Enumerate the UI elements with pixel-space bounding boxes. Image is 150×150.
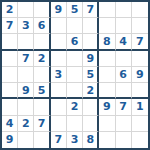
cell-r6c5[interactable] xyxy=(67,83,83,99)
cell-r8c3[interactable]: 7 xyxy=(34,116,50,132)
cell-r7c1[interactable] xyxy=(2,99,18,115)
cell-r5c8[interactable]: 6 xyxy=(116,67,132,83)
cell-r5c3[interactable] xyxy=(34,67,50,83)
cell-r5c9[interactable]: 9 xyxy=(132,67,148,83)
cell-r1c4[interactable]: 9 xyxy=(51,2,67,18)
cell-r3c8[interactable]: 4 xyxy=(116,34,132,50)
cell-r3c5[interactable]: 6 xyxy=(67,34,83,50)
cell-r9c3[interactable] xyxy=(34,132,50,148)
cell-r6c6[interactable]: 2 xyxy=(83,83,99,99)
cell-r2c3[interactable]: 6 xyxy=(34,18,50,34)
cell-r8c6[interactable] xyxy=(83,116,99,132)
cell-r7c2[interactable] xyxy=(18,99,34,115)
cell-r4c6[interactable]: 9 xyxy=(83,51,99,67)
cell-r9c5[interactable]: 3 xyxy=(67,132,83,148)
cell-r9c7[interactable] xyxy=(99,132,115,148)
cell-r9c9[interactable] xyxy=(132,132,148,148)
cell-r8c8[interactable] xyxy=(116,116,132,132)
cell-r4c7[interactable] xyxy=(99,51,115,67)
cell-r5c7[interactable] xyxy=(99,67,115,83)
cell-r1c3[interactable] xyxy=(34,2,50,18)
cell-r8c5[interactable] xyxy=(67,116,83,132)
cell-r9c1[interactable]: 9 xyxy=(2,132,18,148)
cell-r6c7[interactable] xyxy=(99,83,115,99)
cell-r4c1[interactable] xyxy=(2,51,18,67)
cell-r1c5[interactable]: 5 xyxy=(67,2,83,18)
cell-r5c1[interactable] xyxy=(2,67,18,83)
cell-r5c6[interactable]: 5 xyxy=(83,67,99,83)
cell-r3c7[interactable]: 8 xyxy=(99,34,115,50)
cell-r1c6[interactable]: 7 xyxy=(83,2,99,18)
cell-r4c5[interactable] xyxy=(67,51,83,67)
cell-r3c2[interactable] xyxy=(18,34,34,50)
cell-r4c2[interactable]: 7 xyxy=(18,51,34,67)
cell-r6c4[interactable] xyxy=(51,83,67,99)
cell-r1c1[interactable]: 2 xyxy=(2,2,18,18)
cell-r4c8[interactable] xyxy=(116,51,132,67)
cell-r3c9[interactable]: 7 xyxy=(132,34,148,50)
cell-r1c7[interactable] xyxy=(99,2,115,18)
cell-r2c6[interactable] xyxy=(83,18,99,34)
cell-r4c4[interactable] xyxy=(51,51,67,67)
cell-r1c8[interactable] xyxy=(116,2,132,18)
cell-r2c1[interactable]: 7 xyxy=(2,18,18,34)
sudoku-board: 29577366847729356995229714279738 xyxy=(0,0,150,150)
cell-r6c8[interactable] xyxy=(116,83,132,99)
cell-r3c1[interactable] xyxy=(2,34,18,50)
cell-r8c2[interactable]: 2 xyxy=(18,116,34,132)
cell-r9c8[interactable] xyxy=(116,132,132,148)
cell-r8c1[interactable]: 4 xyxy=(2,116,18,132)
cell-r2c4[interactable] xyxy=(51,18,67,34)
cell-r5c4[interactable]: 3 xyxy=(51,67,67,83)
cell-r4c9[interactable] xyxy=(132,51,148,67)
cell-r7c5[interactable]: 2 xyxy=(67,99,83,115)
cell-r6c9[interactable] xyxy=(132,83,148,99)
cell-r1c2[interactable] xyxy=(18,2,34,18)
cell-r4c3[interactable]: 2 xyxy=(34,51,50,67)
cell-r3c4[interactable] xyxy=(51,34,67,50)
cell-r2c9[interactable] xyxy=(132,18,148,34)
cell-r6c3[interactable]: 5 xyxy=(34,83,50,99)
cell-r2c7[interactable] xyxy=(99,18,115,34)
cell-r3c6[interactable] xyxy=(83,34,99,50)
cell-r5c5[interactable] xyxy=(67,67,83,83)
cell-r2c2[interactable]: 3 xyxy=(18,18,34,34)
cell-r8c9[interactable] xyxy=(132,116,148,132)
cell-r9c6[interactable]: 8 xyxy=(83,132,99,148)
cell-r6c1[interactable] xyxy=(2,83,18,99)
cell-r7c9[interactable]: 1 xyxy=(132,99,148,115)
cell-r9c2[interactable] xyxy=(18,132,34,148)
cell-r7c3[interactable] xyxy=(34,99,50,115)
cell-r7c6[interactable] xyxy=(83,99,99,115)
cell-r7c4[interactable] xyxy=(51,99,67,115)
cell-r6c2[interactable]: 9 xyxy=(18,83,34,99)
cell-r7c8[interactable]: 7 xyxy=(116,99,132,115)
cell-r3c3[interactable] xyxy=(34,34,50,50)
cell-r8c7[interactable] xyxy=(99,116,115,132)
cell-r7c7[interactable]: 9 xyxy=(99,99,115,115)
cell-r8c4[interactable] xyxy=(51,116,67,132)
cell-r2c5[interactable] xyxy=(67,18,83,34)
cell-r5c2[interactable] xyxy=(18,67,34,83)
cell-r9c4[interactable]: 7 xyxy=(51,132,67,148)
cell-r1c9[interactable] xyxy=(132,2,148,18)
cell-r2c8[interactable] xyxy=(116,18,132,34)
